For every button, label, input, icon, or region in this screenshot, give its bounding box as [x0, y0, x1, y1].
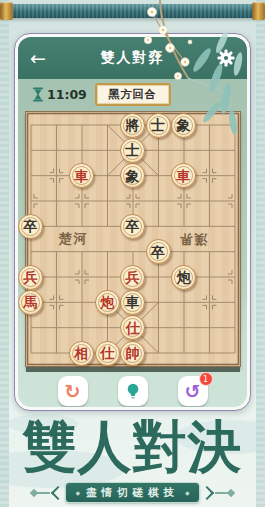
ribbon-ornament: ◆	[185, 490, 190, 496]
page-title: 雙人對弈	[18, 49, 247, 67]
piece-black-f4-r2[interactable]: 象	[120, 163, 145, 188]
subtitle-ribbon: ◆ 盡情切磋棋技 ◆	[0, 482, 265, 503]
piece-character: 車	[126, 295, 140, 309]
piece-red-f0-r6[interactable]: 兵	[18, 265, 43, 290]
action-bar: ↻ 重玩 提示 ↺ 1	[18, 376, 247, 407]
piece-character: 車	[75, 169, 89, 183]
piece-character: 士	[126, 143, 140, 157]
piece-red-f3-r7[interactable]: 炮	[95, 290, 120, 315]
undo-icon: ↺	[185, 382, 201, 401]
piece-red-f4-r8[interactable]: 仕	[120, 315, 145, 340]
game-panel: 雙人對弈 ←	[14, 33, 251, 411]
ribbon-chevron-right	[200, 485, 214, 499]
piece-black-f5-r5[interactable]: 卒	[146, 239, 171, 264]
piece-character: 仕	[126, 321, 140, 335]
piece-character: 相	[75, 346, 89, 360]
ribbon-chevron-left	[51, 485, 65, 499]
ribbon-ornament: ◆	[75, 490, 80, 496]
piece-black-f4-r7[interactable]: 車	[120, 290, 145, 315]
piece-character: 兵	[126, 270, 140, 284]
mode-title-calligraphy: 雙人對決	[0, 410, 265, 485]
river-label-right: 漢界	[177, 232, 207, 247]
ribbon-subtitle: 盡情切磋棋技	[86, 486, 179, 500]
hourglass-icon	[32, 87, 44, 102]
ribbon-line-left	[35, 492, 50, 494]
app-screen: 雙人對弈 ←	[0, 0, 265, 507]
piece-character: 車	[177, 169, 191, 183]
piece-character: 象	[177, 118, 191, 132]
piece-character: 炮	[100, 295, 114, 309]
piece-character: 馬	[24, 295, 38, 309]
undo-count-badge: 1	[199, 372, 213, 386]
scroll-rod-decoration	[0, 4, 265, 18]
header-bar: 雙人對弈 ←	[18, 37, 247, 79]
piece-red-f3-r9[interactable]: 仕	[95, 341, 120, 366]
timer-value: 11:09	[47, 87, 87, 102]
piece-black-f6-r0[interactable]: 象	[171, 113, 196, 138]
piece-character: 炮	[177, 270, 191, 284]
replay-button[interactable]: ↻ 重玩	[53, 376, 93, 407]
xiangqi-board: 楚河 漢界 將士象士車象車卒卒卒兵兵炮馬炮車仕相仕帥	[25, 111, 241, 367]
piece-character: 士	[151, 118, 165, 132]
game-timer: 11:09	[32, 87, 87, 102]
piece-red-f2-r2[interactable]: 車	[69, 163, 94, 188]
piece-character: 卒	[126, 219, 140, 233]
river-label-left: 楚河	[57, 231, 88, 246]
piece-character: 卒	[24, 219, 38, 233]
piece-black-f4-r4[interactable]: 卒	[120, 214, 145, 239]
hint-button[interactable]: 提示	[113, 376, 153, 407]
piece-black-f0-r4[interactable]: 卒	[18, 214, 43, 239]
back-button[interactable]: ←	[30, 49, 46, 68]
piece-red-f4-r6[interactable]: 兵	[120, 265, 145, 290]
status-row: 11:09 黑方回合	[18, 79, 247, 109]
piece-black-f5-r0[interactable]: 士	[146, 113, 171, 138]
ribbon-line-right	[215, 492, 230, 494]
piece-red-f0-r7[interactable]: 馬	[18, 290, 43, 315]
piece-character: 卒	[151, 245, 165, 259]
piece-character: 象	[126, 169, 140, 183]
lightbulb-icon	[126, 383, 140, 400]
piece-character: 兵	[24, 270, 38, 284]
piece-red-f4-r9[interactable]: 帥	[120, 341, 145, 366]
settings-button[interactable]	[217, 49, 235, 67]
piece-red-f2-r9[interactable]: 相	[69, 341, 94, 366]
turn-indicator-badge: 黑方回合	[95, 83, 171, 106]
piece-black-f4-r1[interactable]: 士	[120, 138, 145, 163]
piece-character: 帥	[126, 346, 140, 360]
piece-black-f6-r6[interactable]: 炮	[171, 265, 196, 290]
piece-character: 仕	[100, 346, 114, 360]
piece-black-f4-r0[interactable]: 將	[120, 113, 145, 138]
piece-red-f6-r2[interactable]: 車	[171, 163, 196, 188]
piece-character: 將	[126, 118, 140, 132]
undo-button[interactable]: ↺ 1 悔棋	[173, 376, 213, 407]
gear-icon	[217, 49, 235, 67]
replay-icon: ↻	[65, 382, 81, 401]
